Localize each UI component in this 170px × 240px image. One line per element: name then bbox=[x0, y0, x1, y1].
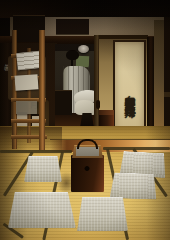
hibachi-box bbox=[71, 155, 104, 192]
zabuton-cushion-right-lower bbox=[110, 172, 158, 200]
door-handle bbox=[96, 100, 100, 109]
shelf-paper-top bbox=[16, 51, 42, 70]
door-lintel-shadow bbox=[55, 44, 96, 51]
zabuton-cushion-front-left bbox=[8, 192, 76, 228]
hibachi-handle-hole bbox=[84, 166, 90, 171]
shelf-post-right bbox=[39, 30, 45, 150]
shelf-paper-lower bbox=[16, 101, 37, 114]
hibachi-handle bbox=[77, 139, 98, 149]
tatami-room-photo: 品書 唐 告 月 芳 酒 向霞登高豆迷帰 bbox=[0, 0, 170, 240]
zabuton-cushion-left bbox=[24, 156, 62, 182]
shelf-paper-middle bbox=[15, 74, 39, 91]
transom-frame bbox=[56, 19, 89, 35]
zabuton-cushion-front-center bbox=[76, 197, 128, 231]
tatami-seam-horizontal-right bbox=[103, 147, 170, 150]
shelf-shadow bbox=[0, 127, 62, 153]
fusuma-top-rail bbox=[94, 35, 148, 39]
inner-room-table bbox=[55, 90, 72, 115]
small-wooden-chest-top bbox=[99, 110, 114, 115]
ceiling-lamp bbox=[78, 45, 89, 53]
right-wall-rail bbox=[164, 92, 170, 97]
